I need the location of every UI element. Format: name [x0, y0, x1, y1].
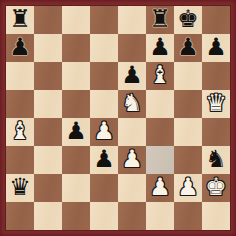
square-e4[interactable] — [118, 118, 146, 146]
square-c7[interactable] — [62, 34, 90, 62]
white-bishop: ♝ — [146, 62, 174, 90]
white-knight: ♞ — [118, 90, 146, 118]
board-frame: ♜♜♚♟♟♟♟♟♝♞♛♝♟♟♟♟♞♛♟♟♚ — [0, 0, 236, 236]
square-b1[interactable] — [34, 202, 62, 230]
black-pawn: ♟ — [90, 146, 118, 174]
square-g7[interactable]: ♟ — [174, 34, 202, 62]
square-e7[interactable] — [118, 34, 146, 62]
white-bishop: ♝ — [6, 118, 34, 146]
square-e2[interactable] — [118, 174, 146, 202]
square-b3[interactable] — [34, 146, 62, 174]
square-e1[interactable] — [118, 202, 146, 230]
square-d6[interactable] — [90, 62, 118, 90]
square-g3[interactable] — [174, 146, 202, 174]
white-pawn: ♟ — [174, 174, 202, 202]
square-c2[interactable] — [62, 174, 90, 202]
square-a3[interactable] — [6, 146, 34, 174]
square-g1[interactable] — [174, 202, 202, 230]
square-h6[interactable] — [202, 62, 230, 90]
square-e6[interactable]: ♟ — [118, 62, 146, 90]
square-d2[interactable] — [90, 174, 118, 202]
black-rook: ♜ — [6, 6, 34, 34]
square-b4[interactable] — [34, 118, 62, 146]
square-f6[interactable]: ♝ — [146, 62, 174, 90]
square-g2[interactable]: ♟ — [174, 174, 202, 202]
square-e5[interactable]: ♞ — [118, 90, 146, 118]
black-pawn: ♟ — [62, 118, 90, 146]
square-h7[interactable]: ♟ — [202, 34, 230, 62]
square-c8[interactable] — [62, 6, 90, 34]
black-pawn: ♟ — [202, 34, 230, 62]
square-a6[interactable] — [6, 62, 34, 90]
black-pawn: ♟ — [118, 62, 146, 90]
square-a5[interactable] — [6, 90, 34, 118]
square-c3[interactable] — [62, 146, 90, 174]
square-e8[interactable] — [118, 6, 146, 34]
square-h3[interactable]: ♞ — [202, 146, 230, 174]
black-queen: ♛ — [6, 174, 34, 202]
square-f2[interactable]: ♟ — [146, 174, 174, 202]
square-b2[interactable] — [34, 174, 62, 202]
square-a4[interactable]: ♝ — [6, 118, 34, 146]
square-b7[interactable] — [34, 34, 62, 62]
white-pawn: ♟ — [118, 146, 146, 174]
square-f4[interactable] — [146, 118, 174, 146]
square-a8[interactable]: ♜ — [6, 6, 34, 34]
square-c5[interactable] — [62, 90, 90, 118]
white-pawn: ♟ — [146, 174, 174, 202]
square-d4[interactable]: ♟ — [90, 118, 118, 146]
square-f7[interactable]: ♟ — [146, 34, 174, 62]
square-f3[interactable] — [146, 146, 174, 174]
square-h2[interactable]: ♚ — [202, 174, 230, 202]
square-g6[interactable] — [174, 62, 202, 90]
square-d1[interactable] — [90, 202, 118, 230]
square-g8[interactable]: ♚ — [174, 6, 202, 34]
black-rook: ♜ — [146, 6, 174, 34]
square-b8[interactable] — [34, 6, 62, 34]
square-f5[interactable] — [146, 90, 174, 118]
black-king: ♚ — [174, 6, 202, 34]
black-pawn: ♟ — [146, 34, 174, 62]
square-d3[interactable]: ♟ — [90, 146, 118, 174]
square-f1[interactable] — [146, 202, 174, 230]
square-b6[interactable] — [34, 62, 62, 90]
square-d7[interactable] — [90, 34, 118, 62]
square-g5[interactable] — [174, 90, 202, 118]
square-c4[interactable]: ♟ — [62, 118, 90, 146]
square-a2[interactable]: ♛ — [6, 174, 34, 202]
white-king: ♚ — [202, 174, 230, 202]
square-h1[interactable] — [202, 202, 230, 230]
square-c6[interactable] — [62, 62, 90, 90]
square-a7[interactable]: ♟ — [6, 34, 34, 62]
black-pawn: ♟ — [174, 34, 202, 62]
chess-board: ♜♜♚♟♟♟♟♟♝♞♛♝♟♟♟♟♞♛♟♟♚ — [6, 6, 230, 230]
square-b5[interactable] — [34, 90, 62, 118]
square-h5[interactable]: ♛ — [202, 90, 230, 118]
square-f8[interactable]: ♜ — [146, 6, 174, 34]
black-knight: ♞ — [202, 146, 230, 174]
black-pawn: ♟ — [6, 34, 34, 62]
square-c1[interactable] — [62, 202, 90, 230]
square-d5[interactable] — [90, 90, 118, 118]
white-queen: ♛ — [202, 90, 230, 118]
square-a1[interactable] — [6, 202, 34, 230]
square-g4[interactable] — [174, 118, 202, 146]
white-pawn: ♟ — [90, 118, 118, 146]
square-d8[interactable] — [90, 6, 118, 34]
square-e3[interactable]: ♟ — [118, 146, 146, 174]
square-h8[interactable] — [202, 6, 230, 34]
square-h4[interactable] — [202, 118, 230, 146]
